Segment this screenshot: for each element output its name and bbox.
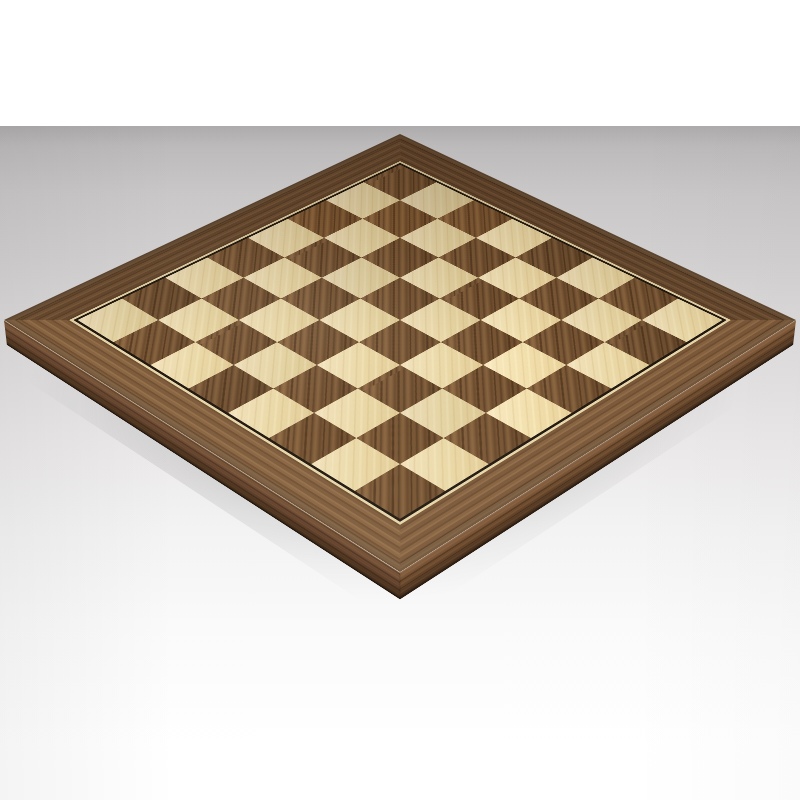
- board-square-dark: [356, 413, 443, 464]
- chess-board: [4, 134, 796, 572]
- board-square-light: [486, 389, 572, 439]
- board-square-dark: [273, 365, 358, 413]
- board-square-light: [311, 438, 400, 491]
- board-square-light: [317, 342, 400, 388]
- board-square-dark: [189, 365, 274, 413]
- board-square-light: [566, 342, 649, 388]
- board-square-dark: [269, 413, 356, 464]
- board-square-light: [151, 342, 234, 388]
- photo-scene: [0, 0, 800, 800]
- board-square-dark: [355, 464, 445, 519]
- board-square-dark: [605, 320, 687, 365]
- board-square-dark: [527, 365, 612, 413]
- board-top-surface: [4, 134, 796, 572]
- board-square-dark: [359, 320, 441, 365]
- board-square-light: [314, 389, 400, 439]
- board-square-dark: [195, 320, 277, 365]
- board-square-light: [234, 342, 317, 388]
- board-square-light: [400, 342, 483, 388]
- product-photo: [0, 0, 800, 800]
- board-square-dark: [441, 320, 523, 365]
- board-square-light: [400, 389, 486, 439]
- board-square-dark: [444, 413, 531, 464]
- board-square-dark: [442, 365, 527, 413]
- board-square-dark: [113, 320, 195, 365]
- board-square-dark: [277, 320, 359, 365]
- board-square-light: [400, 438, 489, 491]
- board-square-dark: [358, 365, 443, 413]
- board-square-dark: [523, 320, 605, 365]
- board-square-light: [228, 389, 314, 439]
- board-square-light: [483, 342, 566, 388]
